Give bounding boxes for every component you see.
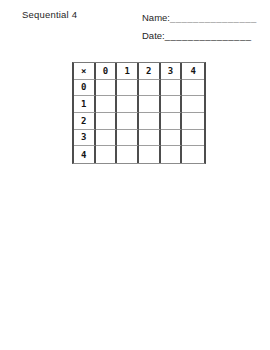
col-header-cell: 2	[139, 63, 161, 80]
date-blank-line: _______________	[165, 30, 252, 41]
name-label: Name:	[142, 12, 170, 23]
col-header-cell: 1	[117, 63, 139, 80]
answer-cell	[182, 146, 204, 163]
answer-cell	[139, 113, 161, 130]
col-header-cell: 3	[161, 63, 183, 80]
answer-cell	[96, 80, 118, 97]
answer-cell	[117, 113, 139, 130]
multiplication-grid: ×0123401234	[72, 62, 206, 164]
answer-cell	[139, 130, 161, 147]
answer-cell	[96, 113, 118, 130]
answer-cell	[117, 130, 139, 147]
answer-cell	[117, 146, 139, 163]
answer-cell	[161, 146, 183, 163]
answer-cell	[96, 96, 118, 113]
row-header-cell: 1	[74, 96, 96, 113]
answer-cell	[139, 146, 161, 163]
answer-cell	[161, 113, 183, 130]
answer-cell	[161, 80, 183, 97]
answer-cell	[182, 80, 204, 97]
answer-cell	[96, 146, 118, 163]
answer-cell	[117, 96, 139, 113]
row-header-cell: 3	[74, 130, 96, 147]
answer-cell	[117, 80, 139, 97]
answer-cell	[96, 130, 118, 147]
date-label: Date:	[142, 30, 165, 41]
answer-cell	[139, 96, 161, 113]
col-header-cell: 4	[182, 63, 204, 80]
name-blank-line: _______________	[170, 12, 257, 23]
answer-cell	[182, 113, 204, 130]
times-operator-cell: ×	[74, 63, 96, 80]
answer-cell	[161, 96, 183, 113]
row-header-cell: 0	[74, 80, 96, 97]
name-field-row: Name:_______________	[142, 9, 257, 27]
name-date-block: Name:_______________ Date:______________…	[142, 9, 257, 45]
answer-cell	[161, 130, 183, 147]
date-field-row: Date:_______________	[142, 27, 257, 45]
row-header-cell: 4	[74, 146, 96, 163]
answer-cell	[182, 130, 204, 147]
answer-cell	[182, 96, 204, 113]
row-header-cell: 2	[74, 113, 96, 130]
col-header-cell: 0	[96, 63, 118, 80]
page-title: Sequential 4	[22, 9, 77, 20]
answer-cell	[139, 80, 161, 97]
worksheet-page: Sequential 4 Name:_______________ Date:_…	[0, 0, 270, 350]
